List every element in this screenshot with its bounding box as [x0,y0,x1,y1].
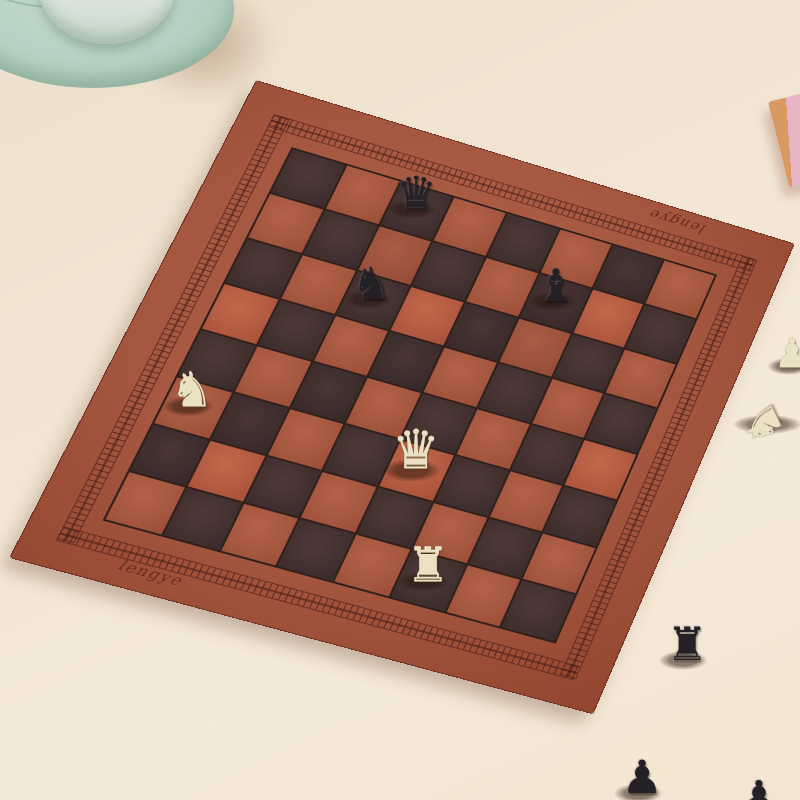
queen-glyph: ♛ [392,423,440,477]
pawn-glyph: ♟ [739,775,778,800]
knight-glyph: ♞ [352,261,392,306]
knight-glyph: ♞ [733,396,792,453]
rook-glyph: ♜ [406,540,449,588]
rook-glyph: ♜ [666,621,707,667]
photo-scene: lengye lengye ♛♝♞♞♛♜♟♞♜♟♟ [0,0,800,800]
queen-glyph: ♛ [395,170,436,216]
pawn-glyph: ♟ [774,333,800,373]
knight-glyph: ♞ [170,365,213,413]
bishop-glyph: ♝ [536,263,576,308]
pawn-glyph: ♟ [621,754,662,800]
pink-box [768,91,800,188]
